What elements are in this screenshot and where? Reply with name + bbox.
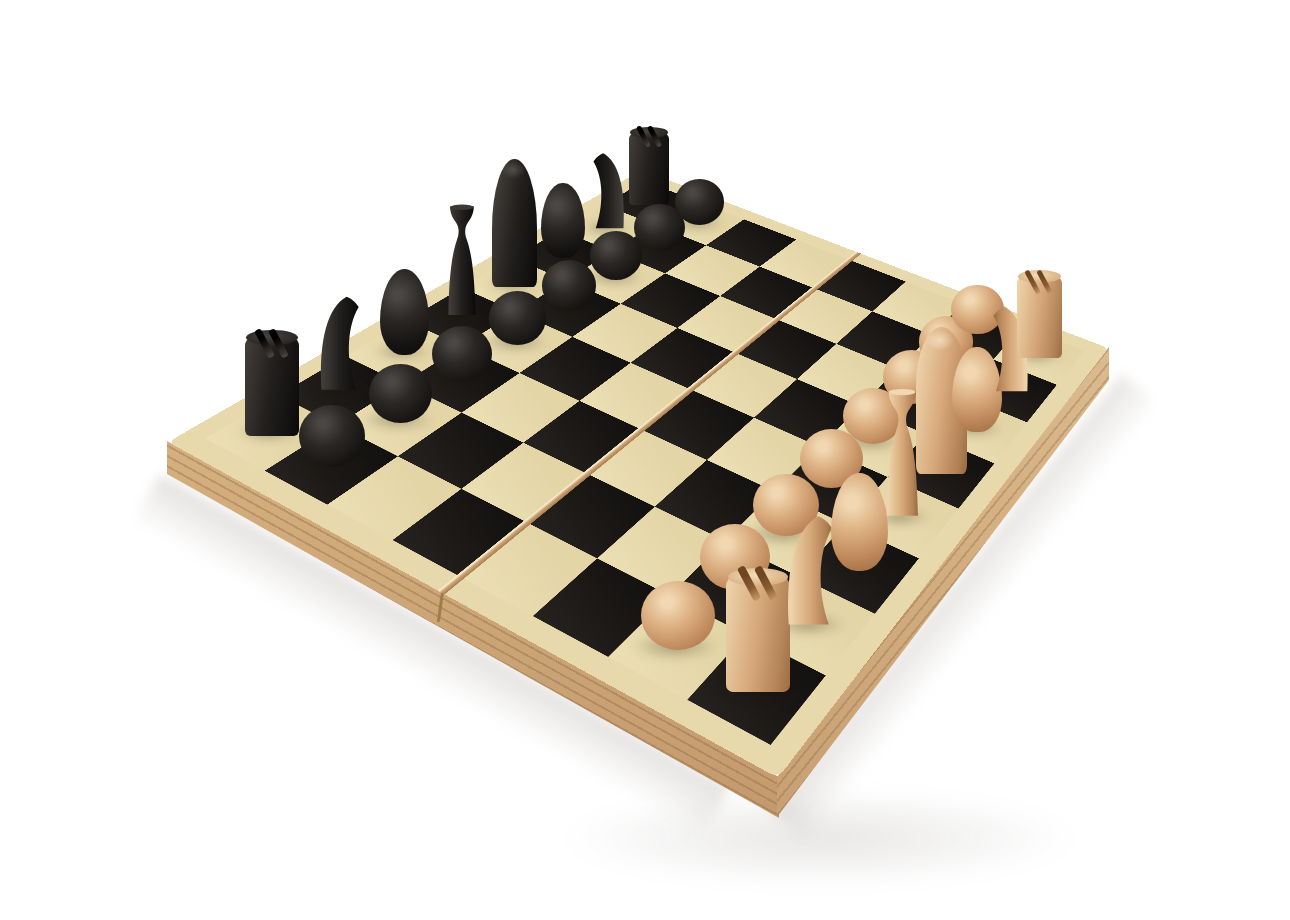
piece-black-bishop-c8[interactable] — [380, 269, 430, 354]
floor-reflection — [560, 788, 1080, 888]
piece-black-queen-d8[interactable] — [439, 202, 485, 319]
piece-black-knight-g8[interactable] — [586, 151, 630, 231]
piece-black-pawn-e7[interactable] — [542, 260, 597, 311]
piece-white-rook-h1[interactable] — [1017, 272, 1062, 358]
piece-black-king-e8[interactable] — [492, 159, 537, 288]
piece-black-pawn-b7[interactable] — [369, 364, 432, 423]
piece-black-knight-b8[interactable] — [314, 294, 368, 393]
piece-black-rook-h8[interactable] — [629, 129, 669, 206]
piece-black-bishop-f8[interactable] — [541, 183, 585, 258]
piece-black-rook-a8[interactable] — [245, 332, 300, 436]
piece-black-pawn-d7[interactable] — [489, 291, 546, 345]
piece-black-pawn-h7[interactable] — [675, 179, 723, 225]
chess-set-photo — [0, 0, 1290, 920]
piece-white-pawn-a2[interactable] — [641, 581, 715, 650]
piece-black-pawn-a7[interactable] — [299, 405, 365, 467]
piece-black-pawn-c7[interactable] — [432, 326, 492, 382]
